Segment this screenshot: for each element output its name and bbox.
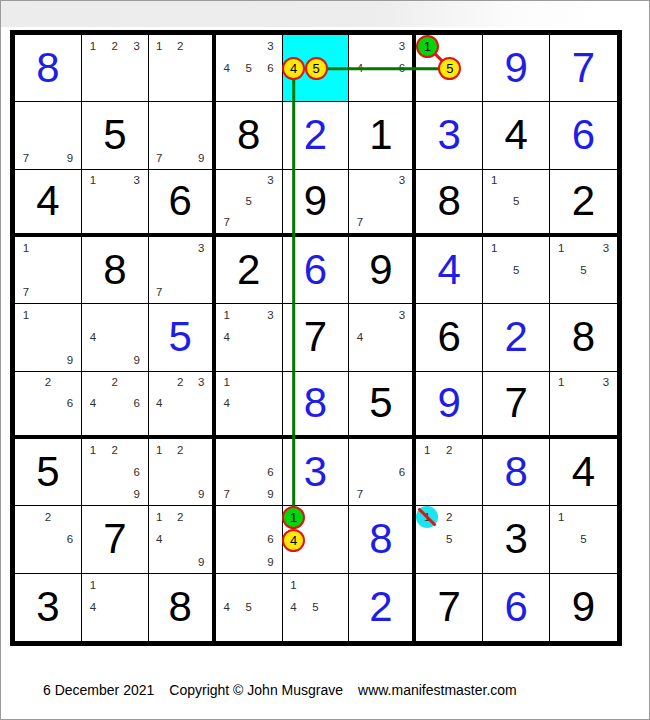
candidate-3: 3 (391, 304, 412, 326)
given-digit: 4 (15, 170, 81, 233)
candidate-5: 5 (305, 596, 327, 618)
candidate-2: 2 (438, 439, 460, 461)
given-digit: 7 (82, 506, 148, 572)
solved-digit: 8 (15, 35, 81, 101)
cell-r9c1[interactable]: 3 (15, 574, 82, 641)
solved-digit: 8 (283, 372, 349, 435)
cell-r5c1[interactable]: 19 (15, 304, 82, 371)
cell-r1c1[interactable]: 8 (15, 35, 82, 102)
cell-r1c5[interactable] (283, 35, 350, 102)
candidate-3: 3 (260, 170, 282, 191)
cell-r6c3[interactable]: 234 (149, 372, 216, 439)
cell-r6c2[interactable]: 246 (82, 372, 149, 439)
pencil-marks: 49 (82, 304, 148, 370)
cell-r9c9[interactable]: 9 (550, 574, 617, 641)
solved-digit: 7 (550, 35, 617, 101)
pencil-marks: 679 (216, 439, 282, 505)
candidate-9: 9 (191, 551, 212, 573)
candidate-7: 7 (349, 483, 370, 505)
cell-r3c7[interactable]: 8 (416, 170, 483, 237)
cell-r3c5[interactable]: 9 (283, 170, 350, 237)
pencil-marks: 346 (349, 35, 412, 101)
cell-r3c8[interactable]: 15 (483, 170, 550, 237)
cell-r8c3[interactable]: 1249 (149, 506, 216, 573)
candidate-7: 7 (149, 281, 170, 303)
candidate-1: 1 (216, 372, 238, 393)
candidate-4: 4 (216, 326, 238, 348)
candidate-5: 5 (505, 259, 527, 281)
cell-r4c1[interactable]: 17 (15, 237, 82, 304)
pencil-marks: 129 (149, 439, 212, 505)
candidate-7: 7 (216, 483, 238, 505)
candidate-3: 3 (391, 170, 412, 191)
candidate-4: 4 (82, 596, 104, 618)
candidate-7: 7 (15, 281, 37, 303)
pencil-marks: 145 (283, 574, 349, 641)
cell-r1c4[interactable]: 3456 (216, 35, 283, 102)
cell-r3c6[interactable]: 37 (349, 170, 416, 237)
candidate-6: 6 (260, 528, 282, 550)
cell-r9c2[interactable]: 14 (82, 574, 149, 641)
candidate-4: 4 (216, 393, 238, 414)
cell-r9c8[interactable]: 6 (483, 574, 550, 641)
candidate-3: 3 (191, 237, 212, 259)
given-digit: 7 (283, 304, 349, 370)
pencil-marks: 123 (82, 35, 148, 101)
pencil-marks: 13 (82, 170, 148, 233)
cell-r6c8[interactable]: 7 (483, 372, 550, 439)
cell-r4c8[interactable]: 15 (483, 237, 550, 304)
pencil-marks: 15 (550, 506, 617, 572)
candidate-9: 9 (260, 551, 282, 573)
pencil-marks: 135 (550, 237, 617, 303)
candidate-2: 2 (170, 506, 191, 528)
cell-r7c8[interactable]: 8 (483, 439, 550, 506)
cell-r4c3[interactable]: 37 (149, 237, 216, 304)
given-digit: 9 (550, 574, 617, 641)
candidate-1: 1 (15, 304, 37, 326)
candidate-9: 9 (126, 483, 148, 505)
candidate-6: 6 (126, 461, 148, 483)
candidate-1: 1 (149, 506, 170, 528)
candidate-9: 9 (191, 147, 212, 169)
cell-r2c8[interactable]: 4 (483, 102, 550, 169)
cell-r4c2[interactable]: 8 (82, 237, 149, 304)
given-digit: 9 (349, 237, 412, 303)
candidate-2: 2 (170, 372, 191, 393)
cell-r5c4[interactable]: 134 (216, 304, 283, 371)
candidate-3: 3 (126, 170, 148, 191)
given-digit: 8 (550, 304, 617, 370)
footer-copyright: Copyright © John Musgrave (169, 682, 343, 698)
cell-r1c7[interactable] (416, 35, 483, 102)
given-digit: 8 (149, 574, 212, 641)
candidate-3: 3 (595, 237, 617, 259)
sudoku-board: 8123123456346977957982134641363579378152… (10, 30, 622, 646)
candidate-2: 2 (37, 372, 59, 393)
cell-r3c2[interactable]: 13 (82, 170, 149, 237)
pencil-marks: 13 (550, 372, 617, 435)
cell-r1c9[interactable]: 7 (550, 35, 617, 102)
given-digit: 4 (483, 102, 549, 168)
pencil-marks: 37 (149, 237, 212, 303)
candidate-1: 1 (416, 439, 438, 461)
given-digit: 6 (149, 170, 212, 233)
cell-r3c9[interactable]: 2 (550, 170, 617, 237)
footer-date: 6 December 2021 (43, 682, 154, 698)
cell-r6c7[interactable]: 9 (416, 372, 483, 439)
cell-r6c1[interactable]: 26 (15, 372, 82, 439)
cell-r7c5[interactable]: 3 (283, 439, 350, 506)
given-digit: 6 (416, 304, 482, 370)
candidate-7: 7 (149, 147, 170, 169)
candidate-5: 5 (238, 596, 260, 618)
cell-r4c9[interactable]: 135 (550, 237, 617, 304)
candidate-1: 1 (550, 506, 572, 528)
candidate-2: 2 (104, 439, 126, 461)
candidate-9: 9 (126, 349, 148, 371)
pencil-marks: 26 (15, 506, 81, 572)
cell-r5c6[interactable]: 34 (349, 304, 416, 371)
cell-r1c3[interactable]: 12 (149, 35, 216, 102)
pencil-marks: 69 (216, 506, 282, 572)
cell-r3c4[interactable]: 357 (216, 170, 283, 237)
given-digit: 8 (82, 237, 148, 303)
candidate-1: 1 (550, 237, 572, 259)
candidate-2: 2 (170, 35, 191, 57)
cell-r9c5[interactable]: 145 (283, 574, 350, 641)
pencil-marks: 37 (349, 170, 412, 233)
given-digit: 2 (216, 237, 282, 303)
cell-r1c8[interactable]: 9 (483, 35, 550, 102)
cell-r5c2[interactable]: 49 (82, 304, 149, 371)
candidate-1: 1 (82, 439, 104, 461)
cell-r2c3[interactable]: 79 (149, 102, 216, 169)
solved-digit: 8 (483, 439, 549, 505)
solved-digit: 9 (416, 372, 482, 435)
given-digit: 1 (349, 102, 412, 168)
candidate-9: 9 (59, 147, 81, 169)
candidate-9: 9 (191, 483, 212, 505)
given-digit: 8 (216, 102, 282, 168)
candidate-1: 1 (149, 35, 170, 57)
given-digit: 3 (483, 506, 549, 572)
pencil-marks: 14 (216, 372, 282, 435)
cell-r2c6[interactable]: 1 (349, 102, 416, 169)
cell-r9c3[interactable]: 8 (149, 574, 216, 641)
candidate-6: 6 (126, 393, 148, 414)
cell-r2c5[interactable]: 2 (283, 102, 350, 169)
candidate-3: 3 (595, 372, 617, 393)
candidate-3: 3 (191, 372, 212, 393)
cell-r2c9[interactable]: 6 (550, 102, 617, 169)
cell-r7c7[interactable]: 12 (416, 439, 483, 506)
pencil-marks: 79 (15, 102, 81, 168)
pencil-marks: 26 (15, 372, 81, 435)
candidate-2: 2 (438, 506, 460, 528)
footer: 6 December 2021Copyright © John Musgrave… (43, 682, 532, 698)
candidate-2: 2 (104, 35, 126, 57)
pencil-marks: 234 (149, 372, 212, 435)
candidate-1: 1 (550, 372, 572, 393)
candidate-1: 1 (15, 237, 37, 259)
cell-r8c9[interactable]: 15 (550, 506, 617, 573)
candidate-2: 2 (104, 372, 126, 393)
given-digit: 7 (416, 574, 482, 641)
cell-r1c2[interactable]: 123 (82, 35, 149, 102)
candidate-1: 1 (149, 439, 170, 461)
pencil-marks: 14 (82, 574, 148, 641)
given-digit: 2 (550, 170, 617, 233)
cell-r7c9[interactable]: 4 (550, 439, 617, 506)
candidate-1: 1 (283, 574, 305, 596)
candidate-5: 5 (572, 528, 594, 550)
given-digit: 5 (349, 372, 412, 435)
cell-r7c3[interactable]: 129 (149, 439, 216, 506)
solved-digit: 2 (483, 304, 549, 370)
pencil-marks: 15 (483, 237, 549, 303)
solved-digit: 6 (483, 574, 549, 641)
cell-r6c5[interactable]: 8 (283, 372, 350, 439)
cell-r2c1[interactable]: 79 (15, 102, 82, 169)
solved-digit: 8 (349, 506, 412, 572)
given-digit: 9 (283, 170, 349, 233)
cell-r8c5[interactable] (283, 506, 350, 573)
candidate-4: 4 (82, 326, 104, 348)
cell-r6c6[interactable]: 5 (349, 372, 416, 439)
solved-digit: 6 (283, 237, 349, 303)
cell-r4c5[interactable]: 6 (283, 237, 350, 304)
cell-r7c6[interactable]: 67 (349, 439, 416, 506)
pencil-marks: 246 (82, 372, 148, 435)
given-digit: 3 (15, 574, 81, 641)
candidate-6: 6 (59, 393, 81, 414)
candidate-4: 4 (349, 57, 370, 79)
candidate-2: 2 (170, 439, 191, 461)
candidate-1-eliminated: 1 (416, 506, 438, 528)
pencil-marks: 357 (216, 170, 282, 233)
solved-digit: 9 (483, 35, 549, 101)
candidate-5: 5 (238, 191, 260, 212)
pencil-marks: 1249 (149, 506, 212, 572)
candidate-5: 5 (572, 259, 594, 281)
pencil-marks: 3456 (216, 35, 282, 101)
cell-r9c4[interactable]: 45 (216, 574, 283, 641)
cell-r8c1[interactable]: 26 (15, 506, 82, 573)
cell-r5c9[interactable]: 8 (550, 304, 617, 371)
pencil-marks: 34 (349, 304, 412, 370)
cell-r3c1[interactable]: 4 (15, 170, 82, 237)
pencil-marks: 67 (349, 439, 412, 505)
cell-r9c6[interactable]: 2 (349, 574, 416, 641)
candidate-7: 7 (349, 212, 370, 233)
solved-digit: 2 (283, 102, 349, 168)
cell-r2c4[interactable]: 8 (216, 102, 283, 169)
cell-r8c2[interactable]: 7 (82, 506, 149, 573)
pencil-marks: 12 (416, 439, 482, 505)
candidate-1: 1 (483, 170, 505, 191)
pencil-marks: 79 (149, 102, 212, 168)
candidate-4: 4 (216, 596, 238, 618)
given-digit: 8 (416, 170, 482, 233)
pencil-marks: 1269 (82, 439, 148, 505)
cell-r5c7[interactable]: 6 (416, 304, 483, 371)
candidate-3: 3 (126, 35, 148, 57)
cell-r5c8[interactable]: 2 (483, 304, 550, 371)
cell-r1c6[interactable]: 346 (349, 35, 416, 102)
cell-r9c7[interactable]: 7 (416, 574, 483, 641)
solved-digit: 5 (149, 304, 212, 370)
given-digit: 5 (82, 102, 148, 168)
candidate-5: 5 (505, 191, 527, 212)
cell-r7c2[interactable]: 1269 (82, 439, 149, 506)
candidate-4: 4 (216, 57, 238, 79)
cell-r4c6[interactable]: 9 (349, 237, 416, 304)
cell-r7c4[interactable]: 679 (216, 439, 283, 506)
candidate-1: 1 (82, 574, 104, 596)
candidate-6: 6 (59, 528, 81, 550)
candidate-4: 4 (349, 326, 370, 348)
cell-r8c6[interactable]: 8 (349, 506, 416, 573)
candidate-4: 4 (82, 393, 104, 414)
given-digit: 5 (15, 439, 81, 505)
pencil-marks: 17 (15, 237, 81, 303)
candidate-6: 6 (391, 461, 412, 483)
candidate-5: 5 (438, 528, 460, 550)
candidate-4: 4 (283, 596, 305, 618)
window-top-band (1, 1, 649, 27)
cell-r8c7[interactable]: 125 (416, 506, 483, 573)
pencil-marks: 19 (15, 304, 81, 370)
cell-r6c9[interactable]: 13 (550, 372, 617, 439)
candidate-1: 1 (82, 35, 104, 57)
candidate-7: 7 (216, 212, 238, 233)
candidate-1: 1 (82, 170, 104, 191)
candidate-2: 2 (37, 506, 59, 528)
candidate-1: 1 (483, 237, 505, 259)
candidate-3: 3 (260, 35, 282, 57)
solved-digit: 3 (416, 102, 482, 168)
cell-r4c7[interactable]: 4 (416, 237, 483, 304)
pencil-marks: 134 (216, 304, 282, 370)
footer-website: www.manifestmaster.com (358, 682, 517, 698)
candidate-7: 7 (15, 147, 37, 169)
pencil-marks: 12 (149, 35, 212, 101)
solved-digit: 3 (283, 439, 349, 505)
candidate-3: 3 (260, 304, 282, 326)
solved-digit: 6 (550, 102, 617, 168)
cell-r4c4[interactable]: 2 (216, 237, 283, 304)
solved-digit: 4 (416, 237, 482, 303)
candidate-4: 4 (149, 393, 170, 414)
candidate-1: 1 (216, 304, 238, 326)
cell-r3c3[interactable]: 6 (149, 170, 216, 237)
cell-r5c5[interactable]: 7 (283, 304, 350, 371)
cell-r2c2[interactable]: 5 (82, 102, 149, 169)
candidate-3: 3 (391, 35, 412, 57)
candidate-5: 5 (238, 57, 260, 79)
given-digit: 7 (483, 372, 549, 435)
cell-r5c3[interactable]: 5 (149, 304, 216, 371)
candidate-6: 6 (391, 57, 412, 79)
candidate-6: 6 (260, 461, 282, 483)
candidate-4: 4 (149, 528, 170, 550)
cell-r8c8[interactable]: 3 (483, 506, 550, 573)
pencil-marks: 45 (216, 574, 282, 641)
candidate-6: 6 (260, 57, 282, 79)
given-digit: 4 (550, 439, 617, 505)
cell-r8c4[interactable]: 69 (216, 506, 283, 573)
cell-r2c7[interactable]: 3 (416, 102, 483, 169)
candidate-9: 9 (59, 349, 81, 371)
solved-digit: 2 (349, 574, 412, 641)
candidate-9: 9 (260, 483, 282, 505)
pencil-marks: 15 (483, 170, 549, 233)
pencil-marks: 125 (416, 506, 482, 572)
cell-r7c1[interactable]: 5 (15, 439, 82, 506)
cell-r6c4[interactable]: 14 (216, 372, 283, 439)
